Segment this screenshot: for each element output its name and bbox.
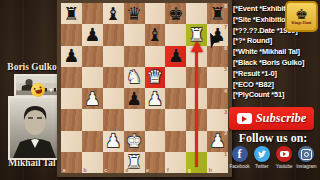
pgn-line-6: [*Black *Boris Gulko] xyxy=(233,58,319,69)
square-d5[interactable]: ♞ xyxy=(124,67,145,88)
social-twitter: Twitter xyxy=(251,146,272,169)
square-e7[interactable]: ♝ xyxy=(145,24,166,45)
square-e6[interactable] xyxy=(145,46,166,67)
file-label-c: c xyxy=(104,168,107,173)
square-f5[interactable] xyxy=(165,67,186,88)
pgn-line-7: [*Result *1-0] xyxy=(233,69,319,80)
rank-label-3: 3 xyxy=(224,110,227,115)
square-h5[interactable]: 5 xyxy=(207,67,228,88)
black-rook-h8: ♜ xyxy=(209,5,225,23)
logo-text: Kings Hunt xyxy=(292,21,312,25)
square-d7[interactable] xyxy=(124,24,145,45)
square-e1[interactable]: e xyxy=(145,152,166,173)
twitter-bird-glyph xyxy=(257,150,267,159)
square-e8[interactable] xyxy=(145,3,166,24)
square-c7[interactable] xyxy=(103,24,124,45)
subscribe-label: Subscribe xyxy=(256,111,307,126)
instagram-icon[interactable] xyxy=(298,146,314,162)
square-c1[interactable]: c xyxy=(103,152,124,173)
square-d2[interactable]: ♚ xyxy=(124,131,145,152)
square-b8[interactable] xyxy=(82,3,103,24)
square-f1[interactable]: f xyxy=(165,152,186,173)
move-arrow-head xyxy=(191,41,203,52)
square-g8[interactable] xyxy=(186,3,207,24)
square-a6[interactable]: ♟ xyxy=(61,46,82,67)
black-pawn-d4: ♟ xyxy=(126,90,142,108)
instagram-camera-glyph xyxy=(301,149,312,160)
black-rook-a8: ♜ xyxy=(63,5,79,23)
square-a1[interactable]: a xyxy=(61,152,82,173)
black-king-f8: ♚ xyxy=(168,5,184,23)
twitter-label: Twitter xyxy=(255,164,269,169)
youtube-play-icon xyxy=(237,113,252,124)
square-f6[interactable]: ♟ xyxy=(165,46,186,67)
square-h8[interactable]: ♜8 xyxy=(207,3,228,24)
square-a7[interactable] xyxy=(61,24,82,45)
social-facebook: fFacebook xyxy=(229,146,250,169)
square-e5[interactable]: ♛ xyxy=(145,67,166,88)
square-b1[interactable]: b xyxy=(82,152,103,173)
square-a3[interactable] xyxy=(61,109,82,130)
square-h1[interactable]: h1 xyxy=(207,152,228,173)
black-pawn-b7: ♟ xyxy=(84,26,100,44)
rank-label-5: 5 xyxy=(224,67,227,72)
black-player-name: Boris Gulko xyxy=(2,62,62,72)
pgn-line-9: [*PlyCount *51] xyxy=(233,90,319,101)
rank-label-4: 4 xyxy=(224,89,227,94)
square-b2[interactable] xyxy=(82,131,103,152)
black-bishop-c8: ♝ xyxy=(105,5,121,23)
tal-portrait-graphic xyxy=(10,98,59,158)
square-f4[interactable] xyxy=(165,88,186,109)
white-pawn-c2: ♟ xyxy=(105,132,121,150)
facebook-f-glyph: f xyxy=(238,148,242,160)
follow-us-text: Follow us on: xyxy=(230,131,316,146)
square-h6[interactable]: 6 xyxy=(207,46,228,67)
youtube-play-glyph xyxy=(280,151,289,158)
square-c6[interactable] xyxy=(103,46,124,67)
pgn-line-4: [*?* Round] xyxy=(233,36,319,47)
square-c3[interactable] xyxy=(103,109,124,130)
pgn-line-8: [*ECO *B82] xyxy=(233,80,319,91)
social-instagram: Instagram xyxy=(296,146,317,169)
file-label-a: a xyxy=(63,168,66,173)
instagram-label: Instagram xyxy=(296,164,316,169)
white-player-name: Mikhail Tal xyxy=(2,158,62,168)
square-f2[interactable] xyxy=(165,131,186,152)
video-thumbnail: Boris Gulko xyxy=(0,0,320,180)
square-a4[interactable] xyxy=(61,88,82,109)
square-c5[interactable] xyxy=(103,67,124,88)
square-h3[interactable]: 3 xyxy=(207,109,228,130)
square-c8[interactable]: ♝ xyxy=(103,3,124,24)
black-pawn-f6: ♟ xyxy=(168,47,184,65)
channel-logo[interactable]: ♚ Kings Hunt xyxy=(285,1,318,32)
white-king-d2: ♚ xyxy=(126,132,142,150)
chess-board: ♜♝♛♚♜8♟♝♜♟7♟♟6♞♛5♟♟♟43♟♚♟2abc♜defgh1 xyxy=(61,3,228,173)
square-f8[interactable]: ♚ xyxy=(165,3,186,24)
square-e4[interactable]: ♟ xyxy=(145,88,166,109)
facebook-icon[interactable]: f xyxy=(232,146,248,162)
square-d1[interactable]: ♜d xyxy=(124,152,145,173)
square-a8[interactable]: ♜ xyxy=(61,3,82,24)
black-pawn-a6: ♟ xyxy=(63,47,79,65)
facebook-label: Facebook xyxy=(229,164,249,169)
subscribe-button[interactable]: Subscribe xyxy=(229,107,314,130)
black-queen-d8: ♛ xyxy=(126,5,142,23)
square-f7[interactable] xyxy=(165,24,186,45)
square-h2[interactable]: ♟2 xyxy=(207,131,228,152)
square-b4[interactable]: ♟ xyxy=(82,88,103,109)
chess-board-frame: ♜♝♛♚♜8♟♝♜♟7♟♟6♞♛5♟♟♟43♟♚♟2abc♜defgh1 xyxy=(57,0,232,177)
square-c2[interactable]: ♟ xyxy=(103,131,124,152)
file-label-g: g xyxy=(188,168,191,173)
rank-label-6: 6 xyxy=(224,46,227,51)
social-icons-row: fFacebookTwitterYoutubeInstagram xyxy=(229,146,317,169)
white-rook-d1: ♜ xyxy=(126,153,142,171)
white-queen-e5: ♛ xyxy=(147,68,163,86)
social-youtube: Youtube xyxy=(274,146,295,169)
square-b6[interactable] xyxy=(82,46,103,67)
square-b5[interactable] xyxy=(82,67,103,88)
black-bishop-e7: ♝ xyxy=(147,26,163,44)
file-label-h: h xyxy=(209,168,212,173)
white-pawn-h2: ♟ xyxy=(209,132,225,150)
white-pawn-e4: ♟ xyxy=(147,90,163,108)
square-f3[interactable] xyxy=(165,109,186,130)
pgn-line-5: [*White *Mikhail Tal] xyxy=(233,47,319,58)
square-a2[interactable] xyxy=(61,131,82,152)
file-label-e: e xyxy=(146,168,149,173)
white-pawn-b4: ♟ xyxy=(84,90,100,108)
white-player-photo xyxy=(8,96,61,160)
square-b7[interactable]: ♟ xyxy=(82,24,103,45)
square-d3[interactable] xyxy=(124,109,145,130)
twitter-icon[interactable] xyxy=(254,146,270,162)
square-d6[interactable] xyxy=(124,46,145,67)
square-h4[interactable]: 4 xyxy=(207,88,228,109)
square-b3[interactable] xyxy=(82,109,103,130)
move-arrow-shaft xyxy=(195,51,199,167)
square-e2[interactable] xyxy=(145,131,166,152)
square-a5[interactable] xyxy=(61,67,82,88)
square-c4[interactable] xyxy=(103,88,124,109)
square-d8[interactable]: ♛ xyxy=(124,3,145,24)
file-label-b: b xyxy=(83,168,86,173)
square-e3[interactable] xyxy=(145,109,166,130)
rank-label-1: 1 xyxy=(224,152,227,157)
white-knight-d5: ♞ xyxy=(126,68,142,86)
youtube-label: Youtube xyxy=(276,164,293,169)
square-d4[interactable]: ♟ xyxy=(124,88,145,109)
file-label-f: f xyxy=(167,168,169,173)
youtube-icon[interactable] xyxy=(276,146,292,162)
